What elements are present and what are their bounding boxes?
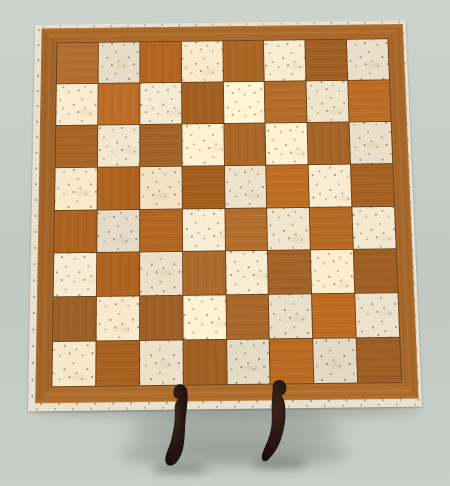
square-e8	[223, 41, 264, 82]
photo-background	[0, 0, 450, 486]
square-c8	[140, 42, 181, 83]
stand-leg-left-shape	[165, 384, 187, 465]
square-e2	[226, 295, 269, 339]
square-h5	[351, 164, 394, 206]
square-e5	[224, 165, 266, 207]
stand-ground-shadow	[118, 442, 350, 466]
square-e7	[223, 82, 264, 123]
square-a2	[53, 297, 96, 341]
square-f1	[270, 339, 314, 384]
square-b5	[97, 167, 139, 209]
stand-leg-left	[162, 381, 200, 474]
square-g5	[309, 164, 352, 206]
square-b3	[97, 253, 139, 296]
square-g6	[308, 122, 350, 164]
square-h4	[352, 206, 395, 249]
square-g2	[312, 294, 356, 338]
square-h8	[347, 39, 389, 80]
square-h2	[355, 293, 399, 337]
square-c1	[140, 341, 183, 386]
square-f2	[269, 295, 312, 339]
square-a7	[56, 84, 97, 125]
square-c7	[140, 83, 181, 124]
square-b1	[96, 341, 139, 386]
square-h7	[348, 80, 390, 121]
square-b2	[96, 297, 138, 341]
square-f4	[267, 207, 310, 250]
square-d4	[182, 208, 224, 251]
square-b7	[98, 83, 139, 124]
square-b4	[97, 209, 139, 252]
square-f3	[268, 251, 311, 294]
square-c5	[140, 166, 182, 208]
square-c3	[140, 252, 182, 295]
square-h6	[350, 122, 393, 164]
square-g4	[310, 207, 353, 250]
square-e4	[225, 208, 267, 251]
square-a6	[56, 125, 98, 167]
square-a4	[54, 210, 96, 253]
square-a3	[54, 253, 96, 296]
square-d5	[182, 166, 224, 208]
square-f8	[264, 40, 305, 81]
square-e6	[224, 123, 266, 165]
square-c2	[140, 296, 182, 340]
square-g1	[313, 338, 357, 383]
square-d2	[183, 296, 226, 340]
square-a1	[52, 342, 95, 387]
chessboard	[28, 20, 422, 411]
square-c6	[140, 124, 181, 166]
square-e3	[226, 251, 269, 294]
square-h1	[357, 338, 401, 383]
square-f7	[265, 81, 307, 122]
stand-leg-right	[259, 378, 298, 470]
stand-leg-right-shape	[262, 380, 287, 461]
squares-grid	[52, 39, 401, 386]
board-outer-edge	[28, 20, 422, 411]
square-a8	[57, 43, 98, 84]
square-d3	[183, 252, 225, 295]
square-d1	[183, 340, 226, 385]
square-g8	[306, 40, 348, 81]
square-d7	[182, 82, 223, 123]
square-f5	[267, 165, 309, 207]
square-b6	[98, 125, 139, 167]
square-h3	[354, 250, 398, 293]
square-g3	[311, 250, 354, 293]
square-b8	[98, 42, 139, 83]
square-d8	[181, 41, 222, 82]
square-a5	[55, 167, 97, 209]
square-c4	[140, 209, 182, 252]
square-g7	[307, 81, 349, 122]
square-f6	[266, 123, 308, 165]
board-frame	[35, 24, 418, 403]
square-d6	[182, 124, 223, 166]
